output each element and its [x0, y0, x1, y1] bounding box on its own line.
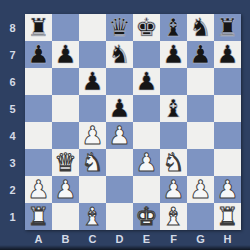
square-c6[interactable]: ♟	[79, 68, 106, 95]
square-d2[interactable]	[106, 176, 133, 203]
black-queen-icon: ♛	[108, 14, 130, 41]
square-h8[interactable]: ♜	[214, 14, 241, 41]
black-pawn-icon: ♟	[27, 41, 49, 68]
black-bishop-icon: ♝	[162, 14, 184, 41]
black-pawn-icon: ♟	[81, 68, 103, 95]
square-d8[interactable]: ♛	[106, 14, 133, 41]
square-h6[interactable]	[214, 68, 241, 95]
square-g7[interactable]: ♟	[187, 41, 214, 68]
white-king-icon: ♚	[135, 203, 157, 230]
square-a1[interactable]: ♜	[25, 203, 52, 230]
white-pawn-icon: ♟	[27, 176, 49, 203]
black-bishop-icon: ♝	[162, 95, 184, 122]
white-rook-icon: ♜	[27, 203, 49, 230]
square-e1[interactable]: ♚	[133, 203, 160, 230]
rank-label-2: 2	[0, 176, 25, 203]
white-knight-icon: ♞	[162, 149, 184, 176]
square-e3[interactable]: ♟	[133, 149, 160, 176]
rank-label-6: 6	[0, 68, 25, 95]
square-f4[interactable]	[160, 122, 187, 149]
square-a5[interactable]	[25, 95, 52, 122]
square-f1[interactable]: ♝	[160, 203, 187, 230]
square-a2[interactable]: ♟	[25, 176, 52, 203]
square-b8[interactable]	[52, 14, 79, 41]
white-pawn-icon: ♟	[189, 176, 211, 203]
rank-label-1: 1	[0, 203, 25, 230]
chess-board-frame: 87654321 ♜♛♚♝♞♜♟♟♞♟♟♟♟♟♟♝♟♟♛♞♟♞♟♟♟♟♟♜♝♚♝…	[0, 0, 250, 250]
board: ♜♛♚♝♞♜♟♟♞♟♟♟♟♟♟♝♟♟♛♞♟♞♟♟♟♟♟♜♝♚♝♜	[25, 14, 241, 230]
square-e5[interactable]	[133, 95, 160, 122]
black-pawn-icon: ♟	[189, 41, 211, 68]
square-c3[interactable]: ♞	[79, 149, 106, 176]
black-pawn-icon: ♟	[135, 68, 157, 95]
square-b6[interactable]	[52, 68, 79, 95]
square-d3[interactable]	[106, 149, 133, 176]
black-pawn-icon: ♟	[54, 41, 76, 68]
black-rook-icon: ♜	[27, 14, 49, 41]
square-g2[interactable]: ♟	[187, 176, 214, 203]
square-c8[interactable]	[79, 14, 106, 41]
square-b3[interactable]: ♛	[52, 149, 79, 176]
square-h1[interactable]: ♜	[214, 203, 241, 230]
square-g8[interactable]: ♞	[187, 14, 214, 41]
square-c7[interactable]	[79, 41, 106, 68]
square-g3[interactable]	[187, 149, 214, 176]
white-bishop-icon: ♝	[162, 203, 184, 230]
square-h5[interactable]	[214, 95, 241, 122]
black-pawn-icon: ♟	[108, 95, 130, 122]
square-b4[interactable]	[52, 122, 79, 149]
square-b2[interactable]: ♟	[52, 176, 79, 203]
bottom-shade	[0, 245, 250, 250]
black-rook-icon: ♜	[216, 14, 238, 41]
square-e8[interactable]: ♚	[133, 14, 160, 41]
white-queen-icon: ♛	[54, 149, 76, 176]
square-d6[interactable]	[106, 68, 133, 95]
rank-labels: 87654321	[0, 14, 25, 230]
white-knight-icon: ♞	[81, 149, 103, 176]
rank-label-7: 7	[0, 41, 25, 68]
square-h3[interactable]	[214, 149, 241, 176]
square-g6[interactable]	[187, 68, 214, 95]
square-g4[interactable]	[187, 122, 214, 149]
white-pawn-icon: ♟	[54, 176, 76, 203]
square-f5[interactable]: ♝	[160, 95, 187, 122]
white-pawn-icon: ♟	[108, 122, 130, 149]
square-h2[interactable]: ♟	[214, 176, 241, 203]
square-e2[interactable]	[133, 176, 160, 203]
rank-label-3: 3	[0, 149, 25, 176]
square-g1[interactable]	[187, 203, 214, 230]
white-pawn-icon: ♟	[216, 176, 238, 203]
square-e6[interactable]: ♟	[133, 68, 160, 95]
square-a3[interactable]	[25, 149, 52, 176]
square-c1[interactable]: ♝	[79, 203, 106, 230]
black-knight-icon: ♞	[108, 41, 130, 68]
square-h7[interactable]: ♟	[214, 41, 241, 68]
square-a4[interactable]	[25, 122, 52, 149]
white-pawn-icon: ♟	[162, 176, 184, 203]
square-d4[interactable]: ♟	[106, 122, 133, 149]
square-e4[interactable]	[133, 122, 160, 149]
square-c5[interactable]	[79, 95, 106, 122]
white-rook-icon: ♜	[216, 203, 238, 230]
square-b1[interactable]	[52, 203, 79, 230]
white-pawn-icon: ♟	[135, 149, 157, 176]
square-b7[interactable]: ♟	[52, 41, 79, 68]
square-d1[interactable]	[106, 203, 133, 230]
square-a6[interactable]	[25, 68, 52, 95]
square-d7[interactable]: ♞	[106, 41, 133, 68]
square-f8[interactable]: ♝	[160, 14, 187, 41]
black-pawn-icon: ♟	[216, 41, 238, 68]
square-f2[interactable]: ♟	[160, 176, 187, 203]
rank-label-4: 4	[0, 122, 25, 149]
black-knight-icon: ♞	[189, 14, 211, 41]
black-pawn-icon: ♟	[162, 41, 184, 68]
square-b5[interactable]	[52, 95, 79, 122]
white-pawn-icon: ♟	[81, 122, 103, 149]
square-f6[interactable]	[160, 68, 187, 95]
black-king-icon: ♚	[135, 14, 157, 41]
square-d5[interactable]: ♟	[106, 95, 133, 122]
white-bishop-icon: ♝	[81, 203, 103, 230]
square-a7[interactable]: ♟	[25, 41, 52, 68]
square-e7[interactable]	[133, 41, 160, 68]
square-c4[interactable]: ♟	[79, 122, 106, 149]
square-f3[interactable]: ♞	[160, 149, 187, 176]
rank-label-8: 8	[0, 14, 25, 41]
square-a8[interactable]: ♜	[25, 14, 52, 41]
square-f7[interactable]: ♟	[160, 41, 187, 68]
square-c2[interactable]	[79, 176, 106, 203]
rank-label-5: 5	[0, 95, 25, 122]
square-g5[interactable]	[187, 95, 214, 122]
square-h4[interactable]	[214, 122, 241, 149]
